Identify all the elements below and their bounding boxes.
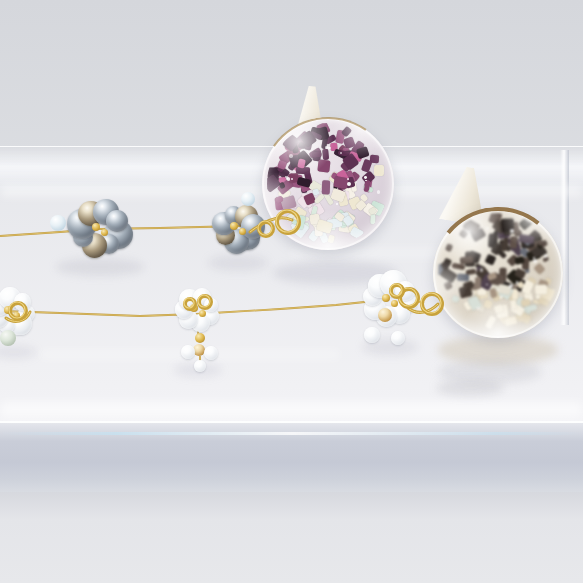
gold-jump-ring-highlight <box>276 210 298 232</box>
jewelry-photo <box>0 0 583 583</box>
gold-ring-layer <box>0 0 583 583</box>
